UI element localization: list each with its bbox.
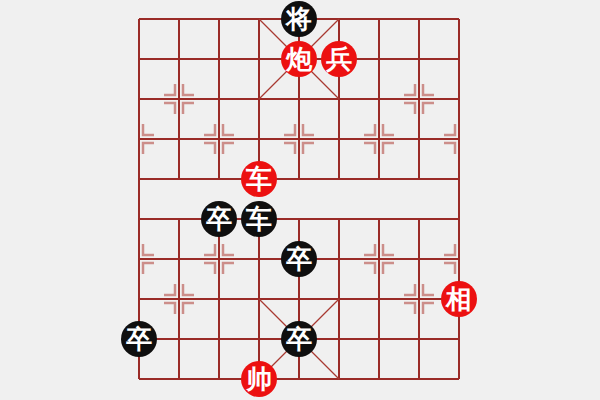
piece-black-chariot[interactable]: 车 [241,201,277,237]
point-marker [423,284,434,295]
point-marker [164,284,175,295]
point-marker [164,103,175,114]
point-marker [183,103,194,114]
point-marker [284,124,295,135]
point-marker [423,303,434,314]
point-marker [404,303,415,314]
xiangqi-diagram: 将炮兵车卒车卒相卒卒帅 [0,0,600,400]
point-marker [423,103,434,114]
piece-red-soldier[interactable]: 兵 [321,41,357,77]
point-marker [143,263,154,274]
piece-red-chariot[interactable]: 车 [241,161,277,197]
point-marker [303,124,314,135]
point-marker [383,143,394,154]
point-marker [364,124,375,135]
point-marker [143,124,154,135]
piece-black-soldier[interactable]: 卒 [201,201,237,237]
piece-black-soldier[interactable]: 卒 [281,321,317,357]
piece-black-general[interactable]: 将 [281,1,317,37]
piece-red-general[interactable]: 帅 [241,361,277,397]
point-marker [404,103,415,114]
point-marker [223,263,234,274]
point-marker [444,263,455,274]
point-marker [284,143,295,154]
point-marker [223,244,234,255]
point-marker [303,143,314,154]
point-marker [183,284,194,295]
piece-red-elephant[interactable]: 相 [441,281,477,317]
point-marker [204,124,215,135]
point-marker [183,84,194,95]
point-marker [383,263,394,274]
point-marker [223,143,234,154]
xiangqi-board[interactable]: 将炮兵车卒车卒相卒卒帅 [139,19,459,379]
point-marker [444,143,455,154]
point-marker [183,303,194,314]
point-marker [204,263,215,274]
point-marker [204,244,215,255]
point-marker [404,284,415,295]
point-marker [143,143,154,154]
point-marker [364,143,375,154]
point-marker [164,84,175,95]
point-marker [364,244,375,255]
point-marker [143,244,154,255]
piece-black-soldier[interactable]: 卒 [281,241,317,277]
piece-red-cannon[interactable]: 炮 [281,41,317,77]
point-marker [444,124,455,135]
point-marker [204,143,215,154]
point-marker [164,303,175,314]
point-marker [383,244,394,255]
point-marker [223,124,234,135]
point-marker [404,84,415,95]
point-marker [383,124,394,135]
point-marker [364,263,375,274]
piece-black-soldier[interactable]: 卒 [121,321,157,357]
point-marker [423,84,434,95]
point-marker [444,244,455,255]
